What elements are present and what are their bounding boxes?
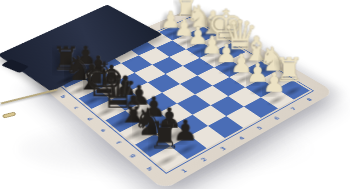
cord-brass-tip bbox=[2, 112, 16, 119]
piece-glyph: ♜ bbox=[148, 116, 181, 153]
product-photo-chess-set: abcdefgh12345678 ♜♞♝♚♛♝♞♜♟♟♟♟♟♟♟♟♟♟♟♟♟♟♟… bbox=[0, 0, 350, 189]
piece-glyph: ♟ bbox=[262, 70, 286, 96]
chessboard: abcdefgh12345678 ♜♞♝♚♛♝♞♜♟♟♟♟♟♟♟♟♟♟♟♟♟♟♟… bbox=[30, 8, 334, 189]
bag-neck bbox=[1, 59, 29, 73]
scene: abcdefgh12345678 ♜♞♝♚♛♝♞♜♟♟♟♟♟♟♟♟♟♟♟♟♟♟♟… bbox=[0, 0, 350, 189]
